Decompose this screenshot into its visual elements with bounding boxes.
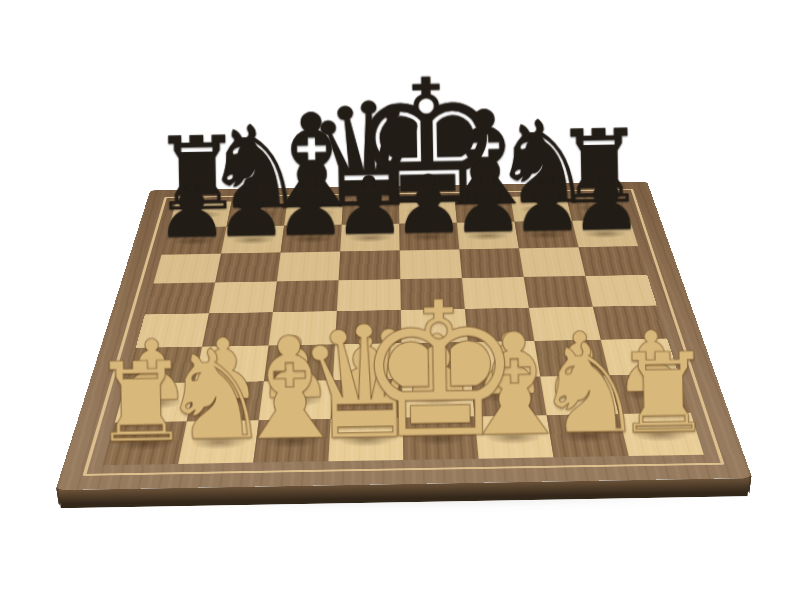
chess-board: ♜♞♝♛♚♝♞♜♟♟♟♟♟♟♟♟♟♟♟♟♟♟♟♟♜♞♝♛♚♝♞♜ (56, 182, 753, 490)
square-a6[interactable] (153, 254, 221, 284)
square-e7[interactable]: ♟ (399, 223, 459, 251)
perspective-wrapper: ♜♞♝♛♚♝♞♜♟♟♟♟♟♟♟♟♟♟♟♟♟♟♟♟♜♞♝♛♚♝♞♜ (0, 0, 800, 600)
piece-white-king[interactable]: ♚ (355, 276, 525, 465)
square-a5[interactable] (145, 282, 215, 314)
square-d7[interactable]: ♟ (340, 224, 400, 252)
square-f7[interactable]: ♟ (457, 222, 519, 250)
board-front-edge (58, 478, 750, 508)
piece-black-pawn[interactable]: ♟ (570, 161, 643, 242)
square-h5[interactable] (585, 275, 656, 307)
photo-background: ♜♞♝♛♚♝♞♜♟♟♟♟♟♟♟♟♟♟♟♟♟♟♟♟♜♞♝♛♚♝♞♜ (0, 0, 800, 600)
square-h7[interactable]: ♟ (572, 220, 638, 248)
square-g7[interactable]: ♟ (515, 221, 579, 249)
square-g6[interactable] (519, 247, 585, 277)
square-b6[interactable] (215, 253, 280, 283)
square-e1[interactable]: ♚ (403, 417, 479, 460)
square-c7[interactable]: ♟ (281, 225, 342, 253)
square-h6[interactable] (579, 246, 648, 276)
square-c6[interactable] (277, 252, 340, 282)
camera-roll-wrapper: ♜♞♝♛♚♝♞♜♟♟♟♟♟♟♟♟♟♟♟♟♟♟♟♟♜♞♝♛♚♝♞♜ (0, 0, 800, 600)
board-grid: ♜♞♝♛♚♝♞♜♟♟♟♟♟♟♟♟♟♟♟♟♟♟♟♟♜♞♝♛♚♝♞♜ (103, 195, 704, 466)
